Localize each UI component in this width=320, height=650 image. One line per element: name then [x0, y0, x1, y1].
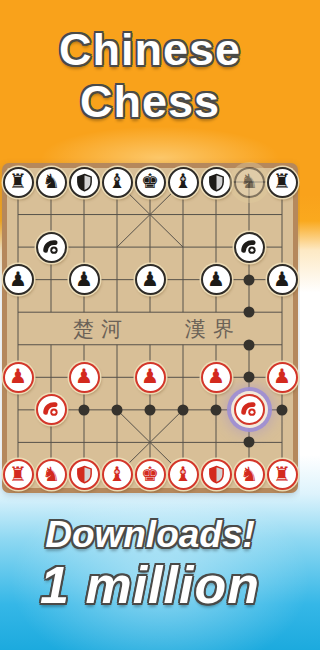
- horse-icon: ♞: [240, 171, 258, 191]
- piece-red-elephant[interactable]: [69, 459, 100, 490]
- piece-red-horse[interactable]: ♞: [234, 459, 265, 490]
- app-store-screenshot: Chinese Chess 楚河 漢界 ♜♞ ♝♚♝ ♞♜ ♟♟♟♟♟♟♟♟♟♟: [0, 0, 300, 650]
- cannon-icon: [41, 237, 62, 258]
- advisor-icon: ♝: [108, 171, 126, 191]
- title-line-2: Chess: [80, 76, 220, 127]
- piece-red-general[interactable]: ♚: [135, 459, 166, 490]
- move-dot[interactable]: [244, 372, 255, 383]
- general-icon: ♚: [141, 171, 159, 191]
- piece-black-elephant[interactable]: [201, 167, 232, 198]
- rook-icon: ♜: [273, 171, 291, 191]
- move-dot[interactable]: [145, 404, 156, 415]
- piece-black-soldier[interactable]: ♟: [3, 264, 34, 295]
- move-dot[interactable]: [112, 404, 123, 415]
- piece-black-rook[interactable]: ♜: [3, 167, 34, 198]
- horse-icon: ♞: [42, 171, 60, 191]
- piece-red-cannon[interactable]: [36, 394, 67, 425]
- rook-icon: ♜: [9, 171, 27, 191]
- piece-red-soldier[interactable]: ♟: [135, 362, 166, 393]
- move-dot[interactable]: [244, 437, 255, 448]
- piece-black-soldier[interactable]: ♟: [69, 264, 100, 295]
- cannon-icon: [41, 399, 62, 420]
- piece-red-horse[interactable]: ♞: [36, 459, 67, 490]
- piece-red-soldier[interactable]: ♟: [201, 362, 232, 393]
- piece-red-advisor[interactable]: ♝: [168, 459, 199, 490]
- soldier-icon: ♟: [141, 366, 159, 386]
- pieces-layer: ♜♞ ♝♚♝ ♞♜ ♟♟♟♟♟♟♟♟♟♟ ♜♞: [2, 163, 298, 493]
- move-dot[interactable]: [244, 339, 255, 350]
- soldier-icon: ♟: [75, 366, 93, 386]
- move-dot[interactable]: [277, 404, 288, 415]
- piece-black-horse[interactable]: ♞: [36, 167, 67, 198]
- move-dot[interactable]: [244, 274, 255, 285]
- piece-black-horse[interactable]: ♞: [234, 167, 265, 198]
- piece-black-advisor[interactable]: ♝: [102, 167, 133, 198]
- piece-red-rook[interactable]: ♜: [3, 459, 34, 490]
- piece-black-cannon[interactable]: [36, 232, 67, 263]
- rook-icon: ♜: [273, 464, 291, 484]
- app-title: Chinese Chess: [0, 24, 300, 128]
- advisor-icon: ♝: [108, 464, 126, 484]
- piece-red-soldier[interactable]: ♟: [267, 362, 298, 393]
- shield-icon: [206, 464, 227, 485]
- advisor-icon: ♝: [174, 464, 192, 484]
- downloads-label: Downloads!: [0, 514, 300, 556]
- horse-icon: ♞: [240, 464, 258, 484]
- general-icon: ♚: [141, 464, 159, 484]
- title-line-1: Chinese: [59, 24, 241, 75]
- soldier-icon: ♟: [273, 366, 291, 386]
- advisor-icon: ♝: [174, 171, 192, 191]
- shield-icon: [206, 172, 227, 193]
- cannon-icon: [239, 237, 260, 258]
- piece-red-soldier[interactable]: ♟: [3, 362, 34, 393]
- piece-red-advisor[interactable]: ♝: [102, 459, 133, 490]
- soldier-icon: ♟: [9, 269, 27, 289]
- shield-icon: [74, 172, 95, 193]
- piece-black-cannon[interactable]: [234, 232, 265, 263]
- downloads-banner: Downloads! 1 million: [0, 514, 300, 614]
- soldier-icon: ♟: [141, 269, 159, 289]
- piece-red-soldier[interactable]: ♟: [69, 362, 100, 393]
- move-dot[interactable]: [79, 404, 90, 415]
- piece-black-advisor[interactable]: ♝: [168, 167, 199, 198]
- downloads-count: 1 million: [0, 556, 300, 614]
- cannon-icon: [239, 399, 260, 420]
- soldier-icon: ♟: [9, 366, 27, 386]
- piece-red-elephant[interactable]: [201, 459, 232, 490]
- piece-black-soldier[interactable]: ♟: [135, 264, 166, 295]
- move-dot[interactable]: [244, 307, 255, 318]
- soldier-icon: ♟: [273, 269, 291, 289]
- shield-icon: [74, 464, 95, 485]
- xiangqi-board[interactable]: 楚河 漢界 ♜♞ ♝♚♝ ♞♜ ♟♟♟♟♟♟♟♟♟♟ ♜♞: [2, 163, 298, 493]
- move-dot[interactable]: [211, 404, 222, 415]
- piece-red-cannon[interactable]: [234, 394, 265, 425]
- soldier-icon: ♟: [207, 366, 225, 386]
- horse-icon: ♞: [42, 464, 60, 484]
- move-dot[interactable]: [178, 404, 189, 415]
- soldier-icon: ♟: [207, 269, 225, 289]
- soldier-icon: ♟: [75, 269, 93, 289]
- piece-black-soldier[interactable]: ♟: [267, 264, 298, 295]
- piece-black-elephant[interactable]: [69, 167, 100, 198]
- rook-icon: ♜: [9, 464, 27, 484]
- piece-black-rook[interactable]: ♜: [267, 167, 298, 198]
- piece-black-general[interactable]: ♚: [135, 167, 166, 198]
- piece-black-soldier[interactable]: ♟: [201, 264, 232, 295]
- piece-red-rook[interactable]: ♜: [267, 459, 298, 490]
